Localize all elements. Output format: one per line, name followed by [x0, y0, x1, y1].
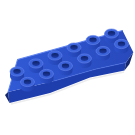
stud-front-2: [40, 69, 54, 83]
photo-canvas: [0, 0, 135, 135]
stud-hollow-hole: [70, 45, 77, 50]
stud-front-6: [115, 39, 129, 53]
stud-hollow-hole: [81, 56, 88, 61]
stud-hollow-hole: [99, 49, 106, 54]
stud-front-1: [21, 77, 35, 91]
stud-hollow-hole: [24, 80, 31, 85]
duplo-plate-photo: [0, 0, 135, 135]
stud-back-4: [67, 43, 81, 57]
stud-front-3: [59, 61, 73, 75]
stud-hollow-hole: [89, 38, 96, 43]
stud-hollow-hole: [13, 69, 20, 74]
stud-hollow-hole: [32, 61, 39, 66]
stud-hollow-hole: [62, 64, 69, 69]
stud-hollow-hole: [51, 53, 58, 58]
stud-front-4: [78, 54, 92, 68]
stud-hollow-hole: [118, 42, 125, 47]
stud-hollow-hole: [43, 72, 50, 77]
stud-hollow-hole: [108, 31, 115, 36]
stud-front-5: [96, 46, 110, 60]
stud-back-5: [86, 35, 100, 49]
